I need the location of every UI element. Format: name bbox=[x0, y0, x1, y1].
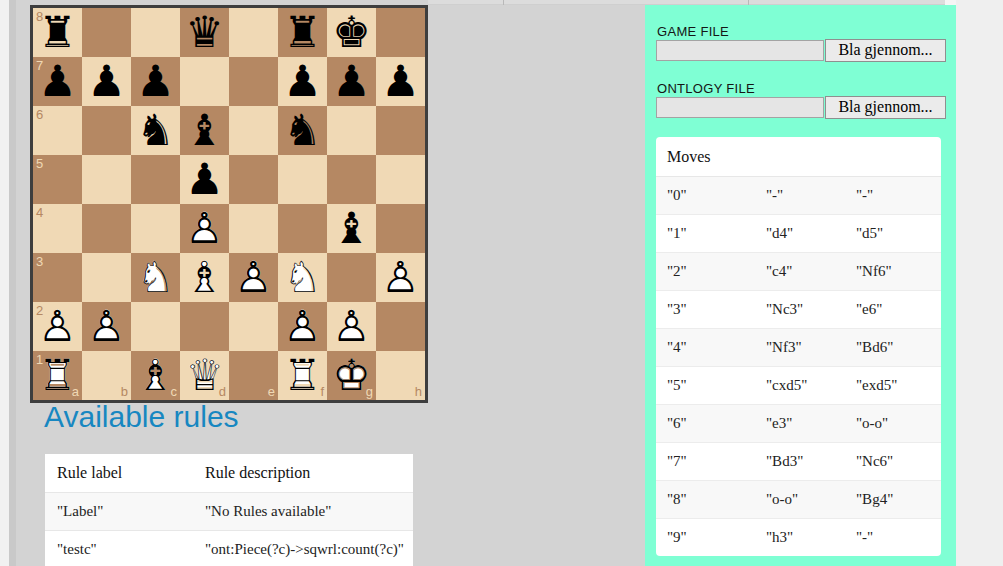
ontology-file-field[interactable] bbox=[656, 97, 824, 118]
black-pawn-icon: ♟ bbox=[332, 57, 371, 106]
white-pawn-icon: ♟♙ bbox=[376, 253, 425, 302]
rank-label-6: 6 bbox=[36, 108, 43, 121]
square-b8 bbox=[82, 8, 131, 57]
rank-label-5: 5 bbox=[36, 157, 43, 170]
square-a5: 5 bbox=[33, 155, 82, 204]
square-e4 bbox=[229, 204, 278, 253]
white-move: "Nc3" bbox=[766, 301, 856, 318]
square-a7: 7♟ bbox=[33, 57, 82, 106]
square-e8 bbox=[229, 8, 278, 57]
square-h1: h bbox=[376, 351, 425, 400]
moves-row-2: "2""c4""Nf6" bbox=[656, 252, 941, 290]
white-move: "c4" bbox=[766, 263, 856, 280]
white-pawn-icon: ♟♙ bbox=[82, 302, 131, 351]
white-move: "o-o" bbox=[766, 491, 856, 508]
square-f3: ♞♘ bbox=[278, 253, 327, 302]
square-g2: ♟♙ bbox=[327, 302, 376, 351]
white-move: "Bd3" bbox=[766, 453, 856, 470]
top-strip-divider bbox=[503, 0, 504, 5]
square-e2 bbox=[229, 302, 278, 351]
rules-row-0: "Label""No Rules available" bbox=[45, 492, 413, 530]
black-move: "e6" bbox=[856, 301, 941, 318]
move-number: "7" bbox=[667, 453, 766, 470]
square-g3 bbox=[327, 253, 376, 302]
moves-row-3: "3""Nc3""e6" bbox=[656, 290, 941, 328]
square-b1: b bbox=[82, 351, 131, 400]
rules-table-body: "Label""No Rules available""testc""ont:P… bbox=[45, 492, 413, 566]
black-rook-icon: ♜ bbox=[38, 8, 77, 57]
square-e3: ♟♙ bbox=[229, 253, 278, 302]
square-d6: ♝ bbox=[180, 106, 229, 155]
rank-label-4: 4 bbox=[36, 206, 43, 219]
left-page-margin bbox=[0, 0, 9, 566]
move-number: "5" bbox=[667, 377, 766, 394]
square-c2 bbox=[131, 302, 180, 351]
square-h7: ♟ bbox=[376, 57, 425, 106]
square-a6: 6 bbox=[33, 106, 82, 155]
square-f7: ♟ bbox=[278, 57, 327, 106]
square-b2: ♟♙ bbox=[82, 302, 131, 351]
square-d4: ♟♙ bbox=[180, 204, 229, 253]
rule-description: "No Rules available" bbox=[205, 503, 413, 520]
square-c4 bbox=[131, 204, 180, 253]
ontology-file-input-row: Bla gjennom... bbox=[656, 97, 946, 119]
rules-col-header-description: Rule description bbox=[205, 464, 413, 482]
square-f8: ♜ bbox=[278, 8, 327, 57]
move-number: "9" bbox=[667, 529, 766, 546]
move-number: "0" bbox=[667, 187, 766, 204]
move-number: "8" bbox=[667, 491, 766, 508]
black-pawn-icon: ♟ bbox=[136, 57, 175, 106]
black-move: "-" bbox=[856, 529, 941, 546]
file-label-b: b bbox=[121, 385, 128, 398]
game-file-label: GAME FILE bbox=[657, 24, 729, 39]
square-g4: ♝ bbox=[327, 204, 376, 253]
white-pawn-icon: ♟♙ bbox=[33, 302, 82, 351]
moves-row-9: "9""h3""-" bbox=[656, 518, 941, 556]
left-edge-bar bbox=[9, 0, 16, 566]
square-a4: 4 bbox=[33, 204, 82, 253]
moves-row-6: "6""e3""o-o" bbox=[656, 404, 941, 442]
white-queen-icon: ♛♕ bbox=[180, 351, 229, 400]
square-g1: g♚♔ bbox=[327, 351, 376, 400]
white-bishop-icon: ♝♗ bbox=[131, 351, 180, 400]
move-number: "4" bbox=[667, 339, 766, 356]
square-a8: 8♜ bbox=[33, 8, 82, 57]
square-e5 bbox=[229, 155, 278, 204]
moves-row-7: "7""Bd3""Nc6" bbox=[656, 442, 941, 480]
white-pawn-icon: ♟♙ bbox=[229, 253, 278, 302]
moves-table: Moves "0""-""-""1""d4""d5""2""c4""Nf6""3… bbox=[656, 137, 941, 556]
rank-label-3: 3 bbox=[36, 255, 43, 268]
square-g5 bbox=[327, 155, 376, 204]
black-pawn-icon: ♟ bbox=[283, 57, 322, 106]
black-pawn-icon: ♟ bbox=[38, 57, 77, 106]
black-move: "Bd6" bbox=[856, 339, 941, 356]
white-king-icon: ♚♔ bbox=[327, 351, 376, 400]
black-move: "Nc6" bbox=[856, 453, 941, 470]
white-move: "-" bbox=[766, 187, 856, 204]
square-d3: ♝♗ bbox=[180, 253, 229, 302]
white-rook-icon: ♜♖ bbox=[278, 351, 327, 400]
black-pawn-icon: ♟ bbox=[185, 155, 224, 204]
square-b5 bbox=[82, 155, 131, 204]
square-b6 bbox=[82, 106, 131, 155]
rank-label-7: 7 bbox=[36, 59, 43, 72]
black-move: "Nf6" bbox=[856, 263, 941, 280]
black-move: "o-o" bbox=[856, 415, 941, 432]
square-a2: 2♟♙ bbox=[33, 302, 82, 351]
black-pawn-icon: ♟ bbox=[381, 57, 420, 106]
black-bishop-icon: ♝ bbox=[185, 106, 224, 155]
rules-row-1: "testc""ont:Piece(?c)->sqwrl:count(?c)" bbox=[45, 530, 413, 566]
page: { "game": "chess", "position": { "fen": … bbox=[0, 0, 1003, 566]
black-move: "exd5" bbox=[856, 377, 941, 394]
square-a3: 3 bbox=[33, 253, 82, 302]
white-pawn-icon: ♟♙ bbox=[180, 204, 229, 253]
square-h2 bbox=[376, 302, 425, 351]
moves-row-0: "0""-""-" bbox=[656, 177, 941, 214]
black-pawn-icon: ♟ bbox=[87, 57, 126, 106]
square-d5: ♟ bbox=[180, 155, 229, 204]
moves-row-4: "4""Nf3""Bd6" bbox=[656, 328, 941, 366]
ontology-file-label: ONTLOGY FILE bbox=[657, 81, 755, 96]
white-knight-icon: ♞♘ bbox=[278, 253, 327, 302]
square-h4 bbox=[376, 204, 425, 253]
game-file-field[interactable] bbox=[656, 40, 824, 61]
white-move: "e3" bbox=[766, 415, 856, 432]
black-move: "d5" bbox=[856, 225, 941, 242]
square-c5 bbox=[131, 155, 180, 204]
black-queen-icon: ♛ bbox=[185, 8, 224, 57]
square-e1: e bbox=[229, 351, 278, 400]
square-b3 bbox=[82, 253, 131, 302]
right-page-margin bbox=[956, 0, 1003, 566]
moves-row-1: "1""d4""d5" bbox=[656, 214, 941, 252]
square-b7: ♟ bbox=[82, 57, 131, 106]
square-f4 bbox=[278, 204, 327, 253]
square-e7 bbox=[229, 57, 278, 106]
white-move: "cxd5" bbox=[766, 377, 856, 394]
move-number: "3" bbox=[667, 301, 766, 318]
game-file-browse-button[interactable]: Bla gjennom... bbox=[825, 39, 946, 62]
square-d2 bbox=[180, 302, 229, 351]
square-e6 bbox=[229, 106, 278, 155]
rule-description: "ont:Piece(?c)->sqwrl:count(?c)" bbox=[205, 541, 413, 558]
ontology-file-browse-button[interactable]: Bla gjennom... bbox=[825, 96, 946, 119]
file-label-e: e bbox=[268, 385, 275, 398]
square-f5 bbox=[278, 155, 327, 204]
square-b4 bbox=[82, 204, 131, 253]
square-c1: c♝♗ bbox=[131, 351, 180, 400]
square-d8: ♛ bbox=[180, 8, 229, 57]
rank-label-8: 8 bbox=[36, 10, 43, 23]
black-bishop-icon: ♝ bbox=[332, 204, 371, 253]
square-g8: ♚ bbox=[327, 8, 376, 57]
black-move: "-" bbox=[856, 187, 941, 204]
square-c3: ♞♘ bbox=[131, 253, 180, 302]
white-move: "d4" bbox=[766, 225, 856, 242]
moves-row-8: "8""o-o""Bg4" bbox=[656, 480, 941, 518]
rules-table-header-row: Rule label Rule description bbox=[45, 454, 413, 492]
move-number: "6" bbox=[667, 415, 766, 432]
move-number: "2" bbox=[667, 263, 766, 280]
square-f6: ♞ bbox=[278, 106, 327, 155]
square-c8 bbox=[131, 8, 180, 57]
rules-heading: Available rules bbox=[44, 399, 239, 435]
square-d7 bbox=[180, 57, 229, 106]
square-g6 bbox=[327, 106, 376, 155]
moves-row-5: "5""cxd5""exd5" bbox=[656, 366, 941, 404]
square-c7: ♟ bbox=[131, 57, 180, 106]
white-move: "Nf3" bbox=[766, 339, 856, 356]
square-h5 bbox=[376, 155, 425, 204]
rules-col-header-label: Rule label bbox=[57, 464, 205, 482]
white-pawn-icon: ♟♙ bbox=[278, 302, 327, 351]
black-king-icon: ♚ bbox=[332, 8, 371, 57]
black-knight-icon: ♞ bbox=[136, 106, 175, 155]
white-knight-icon: ♞♘ bbox=[131, 253, 180, 302]
white-move: "h3" bbox=[766, 529, 856, 546]
moves-table-header: Moves bbox=[656, 137, 941, 177]
rule-label: "testc" bbox=[57, 541, 205, 558]
moves-table-body: "0""-""-""1""d4""d5""2""c4""Nf6""3""Nc3"… bbox=[656, 177, 941, 556]
square-h8 bbox=[376, 8, 425, 57]
white-bishop-icon: ♝♗ bbox=[180, 253, 229, 302]
rule-label: "Label" bbox=[57, 503, 205, 520]
black-rook-icon: ♜ bbox=[283, 8, 322, 57]
square-c6: ♞ bbox=[131, 106, 180, 155]
rules-table: Rule label Rule description "Label""No R… bbox=[45, 454, 413, 566]
game-file-input-row: Bla gjennom... bbox=[656, 40, 946, 62]
square-d1: d♛♕ bbox=[180, 351, 229, 400]
square-h6 bbox=[376, 106, 425, 155]
square-g7: ♟ bbox=[327, 57, 376, 106]
move-number: "1" bbox=[667, 225, 766, 242]
file-label-h: h bbox=[415, 385, 422, 398]
white-rook-icon: ♜♖ bbox=[33, 351, 82, 400]
black-move: "Bg4" bbox=[856, 491, 941, 508]
chess-board: 8♜♛♜♚7♟♟♟♟♟♟6♞♝♞5♟4♟♙♝3♞♘♝♗♟♙♞♘♟♙2♟♙♟♙♟♙… bbox=[30, 5, 428, 403]
square-a1: 1a♜♖ bbox=[33, 351, 82, 400]
white-pawn-icon: ♟♙ bbox=[327, 302, 376, 351]
black-knight-icon: ♞ bbox=[283, 106, 322, 155]
square-f1: f♜♖ bbox=[278, 351, 327, 400]
square-f2: ♟♙ bbox=[278, 302, 327, 351]
square-h3: ♟♙ bbox=[376, 253, 425, 302]
